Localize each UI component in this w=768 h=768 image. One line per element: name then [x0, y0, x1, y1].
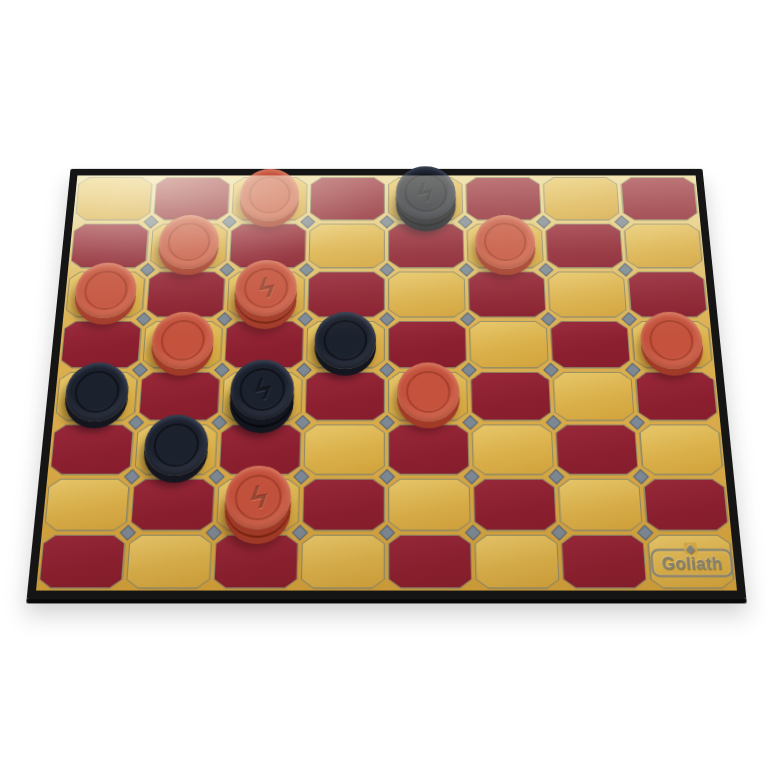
black-man-piece[interactable]: [63, 362, 131, 421]
photo-background: ϟϟϟϟ ◆ Goliath: [0, 0, 768, 768]
red-man-piece[interactable]: [150, 311, 215, 368]
red-man-piece[interactable]: [638, 311, 704, 368]
embossed-lightning-logo: ϟ: [256, 272, 277, 302]
checkers-board: ϟϟϟϟ ◆ Goliath: [27, 169, 747, 599]
black-king-piece[interactable]: ϟ: [230, 359, 296, 419]
red-man-piece[interactable]: [239, 168, 300, 220]
red-king-piece[interactable]: ϟ: [234, 260, 298, 316]
black-man-piece[interactable]: [314, 311, 376, 368]
red-man-piece[interactable]: [474, 215, 536, 269]
red-man-piece[interactable]: [397, 362, 460, 421]
red-man-piece[interactable]: [73, 262, 138, 317]
embossed-lightning-logo: ϟ: [415, 178, 437, 206]
red-man-piece[interactable]: [157, 215, 220, 269]
red-king-piece[interactable]: ϟ: [224, 465, 292, 529]
black-king-piece[interactable]: ϟ: [395, 166, 455, 219]
embossed-lightning-logo: ϟ: [247, 480, 269, 514]
embossed-lightning-logo: ϟ: [252, 373, 274, 405]
black-man-piece[interactable]: [143, 414, 210, 475]
pieces-layer: ϟϟϟϟ: [36, 175, 737, 590]
